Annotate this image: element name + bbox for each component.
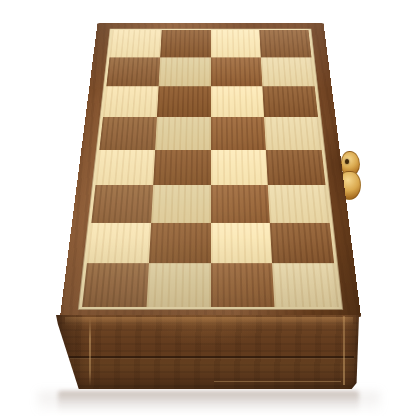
board-square <box>99 117 156 150</box>
corner-joint-left <box>89 318 91 386</box>
board-square <box>91 185 153 223</box>
board-square <box>211 185 271 223</box>
board-square <box>260 30 312 57</box>
board-square <box>95 150 154 185</box>
board-square <box>211 150 269 185</box>
lid-base-seam <box>62 356 354 358</box>
board-square <box>153 150 211 185</box>
board-square <box>266 150 325 185</box>
board-square <box>158 57 210 86</box>
box-lid-top-face <box>60 23 361 317</box>
board-square <box>151 185 211 223</box>
board-square <box>109 30 161 57</box>
box-front-panel <box>56 315 359 389</box>
board-square <box>264 117 321 150</box>
front-edge-highlight <box>65 317 353 326</box>
corner-joint-right <box>343 316 345 384</box>
board-square <box>261 57 315 86</box>
product-photo <box>0 0 416 416</box>
board-square <box>82 263 149 307</box>
chessboard <box>82 30 339 307</box>
board-square <box>211 30 262 57</box>
board-square <box>103 86 158 117</box>
board-square <box>211 223 273 263</box>
board-square <box>270 223 334 263</box>
board-square <box>157 86 211 117</box>
board-square <box>211 263 275 307</box>
board-square <box>211 57 263 86</box>
board-square <box>160 30 211 57</box>
clasp-screw <box>345 159 349 164</box>
board-square <box>155 117 211 150</box>
board-square <box>268 185 330 223</box>
board-square <box>211 117 267 150</box>
board-square <box>211 86 265 117</box>
board-square <box>106 57 160 86</box>
board-square <box>272 263 339 307</box>
floor-reflection <box>58 391 359 415</box>
board-square <box>87 223 151 263</box>
front-left-shadow <box>56 315 86 389</box>
board-square <box>146 263 210 307</box>
board-square <box>263 86 318 117</box>
board-square <box>149 223 211 263</box>
front-right-shadow <box>344 315 359 389</box>
bottom-inlay-line <box>214 381 341 382</box>
board-inlay-border <box>78 29 343 310</box>
